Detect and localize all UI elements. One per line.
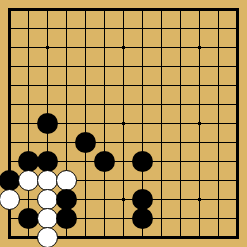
star-point [122, 122, 125, 125]
intersection-N10[interactable] [228, 57, 247, 76]
black-stone-D2[interactable] [56, 208, 77, 229]
intersection-H1[interactable] [133, 228, 152, 247]
intersection-K2[interactable] [171, 209, 190, 228]
intersection-J2[interactable] [152, 209, 171, 228]
intersection-A7[interactable] [0, 114, 19, 133]
intersection-K12[interactable] [171, 19, 190, 38]
intersection-F7[interactable] [95, 114, 114, 133]
intersection-A9[interactable] [0, 76, 19, 95]
intersection-B3[interactable] [19, 190, 38, 209]
white-stone-C1[interactable] [37, 227, 58, 247]
intersection-M6[interactable] [209, 133, 228, 152]
intersection-F2[interactable] [95, 209, 114, 228]
intersection-M2[interactable] [209, 209, 228, 228]
intersection-A5[interactable] [0, 152, 19, 171]
intersection-B10[interactable] [19, 57, 38, 76]
intersection-G6[interactable] [114, 133, 133, 152]
intersection-J11[interactable] [152, 38, 171, 57]
intersection-M13[interactable] [209, 0, 228, 19]
intersection-G9[interactable] [114, 76, 133, 95]
intersection-L9[interactable] [190, 76, 209, 95]
intersection-M1[interactable] [209, 228, 228, 247]
intersection-A2[interactable] [0, 209, 19, 228]
intersection-B7[interactable] [19, 114, 38, 133]
intersection-M9[interactable] [209, 76, 228, 95]
intersection-N5[interactable] [228, 152, 247, 171]
intersection-G13[interactable] [114, 0, 133, 19]
white-stone-C3[interactable] [37, 189, 58, 210]
intersection-J12[interactable] [152, 19, 171, 38]
white-stone-C4[interactable] [37, 170, 58, 191]
intersection-D8[interactable] [57, 95, 76, 114]
intersection-D6[interactable] [57, 133, 76, 152]
intersection-H9[interactable] [133, 76, 152, 95]
intersection-B1[interactable] [19, 228, 38, 247]
intersection-G12[interactable] [114, 19, 133, 38]
black-stone-C5[interactable] [37, 151, 58, 172]
intersection-K10[interactable] [171, 57, 190, 76]
intersection-C12[interactable] [38, 19, 57, 38]
intersection-M7[interactable] [209, 114, 228, 133]
intersection-B6[interactable] [19, 133, 38, 152]
intersection-N7[interactable] [228, 114, 247, 133]
intersection-M3[interactable] [209, 190, 228, 209]
intersection-K11[interactable] [171, 38, 190, 57]
intersection-F10[interactable] [95, 57, 114, 76]
intersection-H7[interactable] [133, 114, 152, 133]
intersection-A12[interactable] [0, 19, 19, 38]
intersection-K9[interactable] [171, 76, 190, 95]
intersection-B11[interactable] [19, 38, 38, 57]
intersection-M4[interactable] [209, 171, 228, 190]
intersection-B13[interactable] [19, 0, 38, 19]
intersection-H12[interactable] [133, 19, 152, 38]
intersection-D13[interactable] [57, 0, 76, 19]
intersection-L12[interactable] [190, 19, 209, 38]
black-stone-H2[interactable] [132, 208, 153, 229]
intersection-F13[interactable] [95, 0, 114, 19]
intersection-D5[interactable] [57, 152, 76, 171]
intersection-L5[interactable] [190, 152, 209, 171]
black-stone-A4[interactable] [0, 170, 20, 191]
intersection-E7[interactable] [76, 114, 95, 133]
intersection-A1[interactable] [0, 228, 19, 247]
intersection-K3[interactable] [171, 190, 190, 209]
intersection-C13[interactable] [38, 0, 57, 19]
intersection-H10[interactable] [133, 57, 152, 76]
star-point [198, 122, 201, 125]
black-stone-D3[interactable] [56, 189, 77, 210]
intersection-N12[interactable] [228, 19, 247, 38]
intersection-M5[interactable] [209, 152, 228, 171]
intersection-J3[interactable] [152, 190, 171, 209]
intersection-E3[interactable] [76, 190, 95, 209]
star-point [122, 46, 125, 49]
intersection-F9[interactable] [95, 76, 114, 95]
intersection-N6[interactable] [228, 133, 247, 152]
intersection-E12[interactable] [76, 19, 95, 38]
white-stone-B4[interactable] [18, 170, 39, 191]
intersection-G5[interactable] [114, 152, 133, 171]
white-stone-A3[interactable] [0, 189, 20, 210]
intersection-J10[interactable] [152, 57, 171, 76]
intersection-H13[interactable] [133, 0, 152, 19]
star-point [198, 46, 201, 49]
intersection-A8[interactable] [0, 95, 19, 114]
star-point [122, 198, 125, 201]
intersection-L1[interactable] [190, 228, 209, 247]
intersection-B8[interactable] [19, 95, 38, 114]
intersection-H11[interactable] [133, 38, 152, 57]
intersection-H6[interactable] [133, 133, 152, 152]
intersection-E4[interactable] [76, 171, 95, 190]
intersection-A11[interactable] [0, 38, 19, 57]
intersection-J9[interactable] [152, 76, 171, 95]
intersection-C8[interactable] [38, 95, 57, 114]
black-stone-C7[interactable] [37, 113, 58, 134]
intersection-J6[interactable] [152, 133, 171, 152]
intersection-L13[interactable] [190, 0, 209, 19]
black-stone-B5[interactable] [18, 151, 39, 172]
black-stone-H3[interactable] [132, 189, 153, 210]
intersection-B9[interactable] [19, 76, 38, 95]
white-stone-C2[interactable] [37, 208, 58, 229]
intersection-F3[interactable] [95, 190, 114, 209]
intersection-D7[interactable] [57, 114, 76, 133]
intersection-N3[interactable] [228, 190, 247, 209]
go-board [0, 0, 247, 247]
intersection-F12[interactable] [95, 19, 114, 38]
intersection-F6[interactable] [95, 133, 114, 152]
intersection-D1[interactable] [57, 228, 76, 247]
black-stone-B2[interactable] [18, 208, 39, 229]
intersection-F4[interactable] [95, 171, 114, 190]
intersection-N9[interactable] [228, 76, 247, 95]
intersection-L8[interactable] [190, 95, 209, 114]
intersection-J7[interactable] [152, 114, 171, 133]
white-stone-D4[interactable] [56, 170, 77, 191]
intersection-E11[interactable] [76, 38, 95, 57]
intersection-H4[interactable] [133, 171, 152, 190]
intersection-N11[interactable] [228, 38, 247, 57]
star-point [46, 46, 49, 49]
intersection-N13[interactable] [228, 0, 247, 19]
intersection-B12[interactable] [19, 19, 38, 38]
intersection-J8[interactable] [152, 95, 171, 114]
intersection-K7[interactable] [171, 114, 190, 133]
star-point [198, 198, 201, 201]
intersection-K6[interactable] [171, 133, 190, 152]
intersection-J4[interactable] [152, 171, 171, 190]
intersection-G1[interactable] [114, 228, 133, 247]
black-stone-F5[interactable] [94, 151, 115, 172]
intersection-G2[interactable] [114, 209, 133, 228]
intersection-E9[interactable] [76, 76, 95, 95]
intersection-N4[interactable] [228, 171, 247, 190]
intersection-J5[interactable] [152, 152, 171, 171]
intersection-H8[interactable] [133, 95, 152, 114]
intersection-K8[interactable] [171, 95, 190, 114]
intersection-A10[interactable] [0, 57, 19, 76]
intersection-E13[interactable] [76, 0, 95, 19]
intersection-J13[interactable] [152, 0, 171, 19]
intersection-G10[interactable] [114, 57, 133, 76]
intersection-F8[interactable] [95, 95, 114, 114]
intersection-E1[interactable] [76, 228, 95, 247]
intersection-D12[interactable] [57, 19, 76, 38]
intersection-L4[interactable] [190, 171, 209, 190]
black-stone-H5[interactable] [132, 151, 153, 172]
intersection-G8[interactable] [114, 95, 133, 114]
intersection-C10[interactable] [38, 57, 57, 76]
intersection-D9[interactable] [57, 76, 76, 95]
black-stone-E6[interactable] [75, 132, 96, 153]
intersection-K1[interactable] [171, 228, 190, 247]
intersection-M12[interactable] [209, 19, 228, 38]
intersection-N2[interactable] [228, 209, 247, 228]
intersection-K13[interactable] [171, 0, 190, 19]
intersection-F11[interactable] [95, 38, 114, 57]
intersection-G4[interactable] [114, 171, 133, 190]
intersection-M11[interactable] [209, 38, 228, 57]
intersection-M8[interactable] [209, 95, 228, 114]
intersection-E10[interactable] [76, 57, 95, 76]
intersection-E5[interactable] [76, 152, 95, 171]
intersection-N1[interactable] [228, 228, 247, 247]
intersection-K4[interactable] [171, 171, 190, 190]
intersection-E8[interactable] [76, 95, 95, 114]
intersection-A13[interactable] [0, 0, 19, 19]
intersection-L10[interactable] [190, 57, 209, 76]
intersection-C6[interactable] [38, 133, 57, 152]
intersection-N8[interactable] [228, 95, 247, 114]
intersection-C9[interactable] [38, 76, 57, 95]
intersection-K5[interactable] [171, 152, 190, 171]
intersection-M10[interactable] [209, 57, 228, 76]
intersection-F1[interactable] [95, 228, 114, 247]
intersection-D11[interactable] [57, 38, 76, 57]
intersection-A6[interactable] [0, 133, 19, 152]
intersection-L6[interactable] [190, 133, 209, 152]
intersection-L2[interactable] [190, 209, 209, 228]
intersection-E2[interactable] [76, 209, 95, 228]
intersection-J1[interactable] [152, 228, 171, 247]
intersection-D10[interactable] [57, 57, 76, 76]
